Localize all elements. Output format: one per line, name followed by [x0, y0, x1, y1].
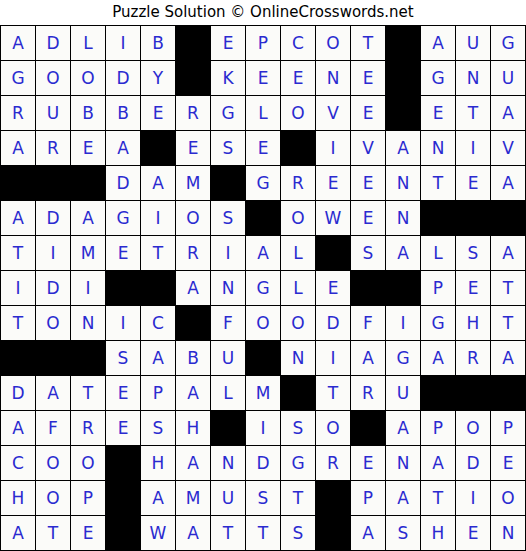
- letter-cell[interactable]: D: [106, 166, 141, 201]
- letter-cell[interactable]: I: [316, 341, 351, 376]
- letter-cell[interactable]: A: [176, 271, 211, 306]
- letter-cell[interactable]: G: [246, 271, 281, 306]
- letter-cell[interactable]: M: [176, 481, 211, 516]
- black-cell: [386, 61, 421, 96]
- letter-cell[interactable]: D: [106, 61, 141, 96]
- letter-cell[interactable]: T: [141, 236, 176, 271]
- letter-cell[interactable]: A: [1, 411, 36, 446]
- black-cell: [1, 341, 36, 376]
- letter-cell[interactable]: O: [71, 446, 106, 481]
- letter-cell[interactable]: N: [386, 166, 421, 201]
- letter-cell[interactable]: E: [71, 516, 106, 551]
- black-cell: [36, 166, 71, 201]
- letter-cell[interactable]: N: [386, 201, 421, 236]
- letter-cell[interactable]: F: [211, 306, 246, 341]
- letter-cell[interactable]: T: [491, 271, 526, 306]
- black-cell: [36, 341, 71, 376]
- letter-cell[interactable]: A: [421, 446, 456, 481]
- letter-cell[interactable]: H: [1, 481, 36, 516]
- letter-cell[interactable]: O: [281, 306, 316, 341]
- letter-cell[interactable]: T: [281, 481, 316, 516]
- black-cell: [281, 131, 316, 166]
- black-cell: [421, 376, 456, 411]
- letter-cell[interactable]: A: [71, 201, 106, 236]
- letter-cell[interactable]: S: [141, 411, 176, 446]
- letter-cell[interactable]: A: [386, 131, 421, 166]
- letter-cell[interactable]: I: [246, 411, 281, 446]
- letter-cell[interactable]: U: [386, 376, 421, 411]
- letter-cell[interactable]: E: [491, 446, 526, 481]
- black-cell: [281, 376, 316, 411]
- letter-cell[interactable]: E: [106, 376, 141, 411]
- letter-cell[interactable]: T: [1, 236, 36, 271]
- black-cell: [106, 271, 141, 306]
- letter-cell[interactable]: H: [421, 516, 456, 551]
- letter-cell[interactable]: D: [36, 271, 71, 306]
- black-cell: [316, 481, 351, 516]
- letter-cell[interactable]: T: [316, 376, 351, 411]
- title-bar: Puzzle Solution © OnlineCrosswords.net: [0, 0, 526, 25]
- black-cell: [386, 96, 421, 131]
- letter-cell[interactable]: I: [316, 131, 351, 166]
- letter-cell[interactable]: A: [1, 131, 36, 166]
- letter-cell[interactable]: P: [421, 411, 456, 446]
- letter-cell[interactable]: A: [1, 26, 36, 61]
- letter-cell[interactable]: F: [36, 411, 71, 446]
- letter-cell[interactable]: O: [281, 201, 316, 236]
- letter-cell[interactable]: P: [491, 411, 526, 446]
- letter-cell[interactable]: D: [456, 446, 491, 481]
- letter-cell[interactable]: U: [456, 26, 491, 61]
- black-cell: [176, 306, 211, 341]
- letter-cell[interactable]: P: [351, 481, 386, 516]
- letter-cell[interactable]: B: [71, 96, 106, 131]
- black-cell: [246, 201, 281, 236]
- letter-cell[interactable]: P: [246, 26, 281, 61]
- letter-cell[interactable]: E: [176, 131, 211, 166]
- letter-cell[interactable]: R: [176, 236, 211, 271]
- letter-cell[interactable]: R: [281, 166, 316, 201]
- letter-cell[interactable]: C: [281, 26, 316, 61]
- letter-cell[interactable]: E: [106, 236, 141, 271]
- letter-cell[interactable]: U: [491, 61, 526, 96]
- letter-cell[interactable]: S: [351, 236, 386, 271]
- letter-cell[interactable]: D: [36, 201, 71, 236]
- letter-cell[interactable]: G: [211, 96, 246, 131]
- letter-cell[interactable]: L: [421, 236, 456, 271]
- letter-cell[interactable]: A: [491, 96, 526, 131]
- letter-cell[interactable]: L: [281, 236, 316, 271]
- letter-cell[interactable]: A: [386, 236, 421, 271]
- letter-cell[interactable]: W: [316, 201, 351, 236]
- black-cell: [211, 411, 246, 446]
- letter-cell[interactable]: Y: [141, 61, 176, 96]
- letter-cell[interactable]: R: [351, 376, 386, 411]
- letter-cell[interactable]: T: [246, 516, 281, 551]
- letter-cell[interactable]: I: [36, 236, 71, 271]
- letter-cell[interactable]: E: [351, 446, 386, 481]
- letter-cell[interactable]: N: [281, 341, 316, 376]
- letter-cell[interactable]: A: [491, 236, 526, 271]
- letter-cell[interactable]: O: [281, 96, 316, 131]
- letter-cell[interactable]: A: [141, 481, 176, 516]
- letter-cell[interactable]: P: [71, 481, 106, 516]
- black-cell: [316, 516, 351, 551]
- letter-cell[interactable]: N: [491, 516, 526, 551]
- letter-cell[interactable]: P: [421, 271, 456, 306]
- letter-cell[interactable]: N: [211, 271, 246, 306]
- letter-cell[interactable]: O: [316, 411, 351, 446]
- letter-cell[interactable]: E: [456, 516, 491, 551]
- letter-cell[interactable]: S: [211, 131, 246, 166]
- letter-cell[interactable]: S: [456, 236, 491, 271]
- letter-cell[interactable]: U: [211, 481, 246, 516]
- black-cell: [106, 481, 141, 516]
- letter-cell[interactable]: O: [71, 61, 106, 96]
- black-cell: [71, 166, 106, 201]
- letter-cell[interactable]: F: [351, 306, 386, 341]
- letter-cell[interactable]: I: [386, 306, 421, 341]
- letter-cell[interactable]: M: [246, 376, 281, 411]
- letter-cell[interactable]: G: [246, 166, 281, 201]
- letter-cell[interactable]: D: [36, 26, 71, 61]
- black-cell: [211, 166, 246, 201]
- black-cell: [106, 516, 141, 551]
- letter-cell[interactable]: U: [36, 96, 71, 131]
- crossword-grid: ADLIBEPCOTAUGGOODYKEENEGNURUBBERGLOVEETA…: [0, 25, 526, 551]
- letter-cell[interactable]: L: [246, 96, 281, 131]
- letter-cell[interactable]: E: [351, 96, 386, 131]
- letter-cell[interactable]: E: [456, 271, 491, 306]
- letter-cell[interactable]: E: [211, 26, 246, 61]
- letter-cell[interactable]: D: [1, 376, 36, 411]
- letter-cell[interactable]: N: [211, 446, 246, 481]
- letter-cell[interactable]: T: [491, 306, 526, 341]
- black-cell: [386, 271, 421, 306]
- letter-cell[interactable]: L: [71, 26, 106, 61]
- black-cell: [141, 271, 176, 306]
- black-cell: [491, 201, 526, 236]
- letter-cell[interactable]: C: [141, 306, 176, 341]
- letter-cell[interactable]: H: [456, 306, 491, 341]
- letter-cell[interactable]: E: [351, 166, 386, 201]
- letter-cell[interactable]: G: [281, 446, 316, 481]
- letter-cell[interactable]: B: [141, 26, 176, 61]
- letter-cell[interactable]: R: [36, 131, 71, 166]
- letter-cell[interactable]: R: [456, 341, 491, 376]
- letter-cell[interactable]: E: [141, 96, 176, 131]
- letter-cell[interactable]: D: [246, 446, 281, 481]
- letter-cell[interactable]: A: [1, 516, 36, 551]
- letter-cell[interactable]: I: [1, 271, 36, 306]
- letter-cell[interactable]: I: [106, 26, 141, 61]
- black-cell: [456, 376, 491, 411]
- letter-cell[interactable]: E: [351, 201, 386, 236]
- letter-cell[interactable]: S: [211, 201, 246, 236]
- letter-cell[interactable]: H: [141, 446, 176, 481]
- letter-cell[interactable]: R: [316, 446, 351, 481]
- letter-cell[interactable]: M: [71, 236, 106, 271]
- letter-cell[interactable]: A: [421, 341, 456, 376]
- letter-cell[interactable]: K: [211, 61, 246, 96]
- black-cell: [141, 131, 176, 166]
- letter-cell[interactable]: W: [141, 516, 176, 551]
- letter-cell[interactable]: E: [106, 411, 141, 446]
- letter-cell[interactable]: G: [386, 341, 421, 376]
- letter-cell[interactable]: G: [491, 26, 526, 61]
- black-cell: [351, 411, 386, 446]
- letter-cell[interactable]: T: [421, 481, 456, 516]
- letter-cell[interactable]: I: [456, 131, 491, 166]
- letter-cell[interactable]: T: [456, 96, 491, 131]
- letter-cell[interactable]: S: [386, 516, 421, 551]
- letter-cell[interactable]: E: [316, 166, 351, 201]
- letter-cell[interactable]: A: [36, 376, 71, 411]
- letter-cell[interactable]: H: [176, 411, 211, 446]
- black-cell: [316, 236, 351, 271]
- letter-cell[interactable]: N: [456, 61, 491, 96]
- letter-cell[interactable]: V: [316, 96, 351, 131]
- letter-cell[interactable]: S: [246, 481, 281, 516]
- letter-cell[interactable]: E: [246, 61, 281, 96]
- letter-cell[interactable]: G: [1, 61, 36, 96]
- letter-cell[interactable]: L: [211, 376, 246, 411]
- letter-cell[interactable]: G: [106, 201, 141, 236]
- letter-cell[interactable]: N: [386, 446, 421, 481]
- black-cell: [246, 341, 281, 376]
- letter-cell[interactable]: V: [491, 131, 526, 166]
- letter-cell[interactable]: O: [36, 306, 71, 341]
- letter-cell[interactable]: P: [141, 376, 176, 411]
- black-cell: [421, 201, 456, 236]
- letter-cell[interactable]: C: [1, 446, 36, 481]
- letter-cell[interactable]: A: [141, 341, 176, 376]
- letter-cell[interactable]: T: [71, 376, 106, 411]
- letter-cell[interactable]: A: [491, 341, 526, 376]
- letter-cell[interactable]: E: [421, 96, 456, 131]
- letter-cell[interactable]: I: [211, 236, 246, 271]
- letter-cell[interactable]: E: [71, 131, 106, 166]
- letter-cell[interactable]: G: [421, 306, 456, 341]
- letter-cell[interactable]: T: [211, 516, 246, 551]
- letter-cell[interactable]: B: [176, 341, 211, 376]
- letter-cell[interactable]: O: [36, 481, 71, 516]
- letter-cell[interactable]: N: [316, 61, 351, 96]
- letter-cell[interactable]: N: [71, 306, 106, 341]
- letter-cell[interactable]: R: [1, 96, 36, 131]
- letter-cell[interactable]: I: [71, 271, 106, 306]
- letter-cell[interactable]: S: [281, 516, 316, 551]
- letter-cell[interactable]: A: [386, 411, 421, 446]
- letter-cell[interactable]: E: [316, 271, 351, 306]
- letter-cell[interactable]: A: [176, 446, 211, 481]
- black-cell: [1, 166, 36, 201]
- black-cell: [176, 26, 211, 61]
- letter-cell[interactable]: R: [71, 411, 106, 446]
- letter-cell[interactable]: B: [106, 96, 141, 131]
- letter-cell[interactable]: A: [386, 481, 421, 516]
- letter-cell[interactable]: U: [211, 341, 246, 376]
- letter-cell[interactable]: O: [36, 446, 71, 481]
- letter-cell[interactable]: A: [176, 516, 211, 551]
- letter-cell[interactable]: T: [351, 26, 386, 61]
- letter-cell[interactable]: A: [491, 166, 526, 201]
- letter-cell[interactable]: A: [106, 131, 141, 166]
- letter-cell[interactable]: I: [456, 481, 491, 516]
- letter-cell[interactable]: A: [246, 236, 281, 271]
- letter-cell[interactable]: T: [36, 516, 71, 551]
- letter-cell[interactable]: T: [421, 166, 456, 201]
- letter-cell[interactable]: I: [106, 306, 141, 341]
- letter-cell[interactable]: G: [421, 61, 456, 96]
- letter-cell[interactable]: E: [351, 61, 386, 96]
- letter-cell[interactable]: A: [421, 26, 456, 61]
- letter-cell[interactable]: N: [421, 131, 456, 166]
- letter-cell[interactable]: A: [141, 166, 176, 201]
- letter-cell[interactable]: A: [351, 341, 386, 376]
- black-cell: [386, 26, 421, 61]
- letter-cell[interactable]: R: [176, 96, 211, 131]
- black-cell: [351, 271, 386, 306]
- black-cell: [491, 376, 526, 411]
- letter-cell[interactable]: O: [246, 306, 281, 341]
- letter-cell[interactable]: O: [36, 61, 71, 96]
- letter-cell[interactable]: L: [281, 271, 316, 306]
- letter-cell[interactable]: I: [141, 201, 176, 236]
- letter-cell[interactable]: O: [456, 411, 491, 446]
- letter-cell[interactable]: A: [1, 201, 36, 236]
- black-cell: [71, 341, 106, 376]
- black-cell: [176, 61, 211, 96]
- letter-cell[interactable]: O: [176, 201, 211, 236]
- page-title: Puzzle Solution © OnlineCrosswords.net: [112, 0, 413, 25]
- letter-cell[interactable]: O: [491, 481, 526, 516]
- letter-cell[interactable]: E: [246, 131, 281, 166]
- letter-cell[interactable]: T: [1, 306, 36, 341]
- letter-cell[interactable]: A: [176, 376, 211, 411]
- letter-cell[interactable]: M: [176, 166, 211, 201]
- letter-cell[interactable]: A: [351, 516, 386, 551]
- black-cell: [456, 201, 491, 236]
- letter-cell[interactable]: D: [316, 306, 351, 341]
- letter-cell[interactable]: E: [281, 61, 316, 96]
- black-cell: [106, 446, 141, 481]
- letter-cell[interactable]: S: [106, 341, 141, 376]
- letter-cell[interactable]: E: [456, 166, 491, 201]
- letter-cell[interactable]: V: [351, 131, 386, 166]
- letter-cell[interactable]: S: [281, 411, 316, 446]
- letter-cell[interactable]: O: [316, 26, 351, 61]
